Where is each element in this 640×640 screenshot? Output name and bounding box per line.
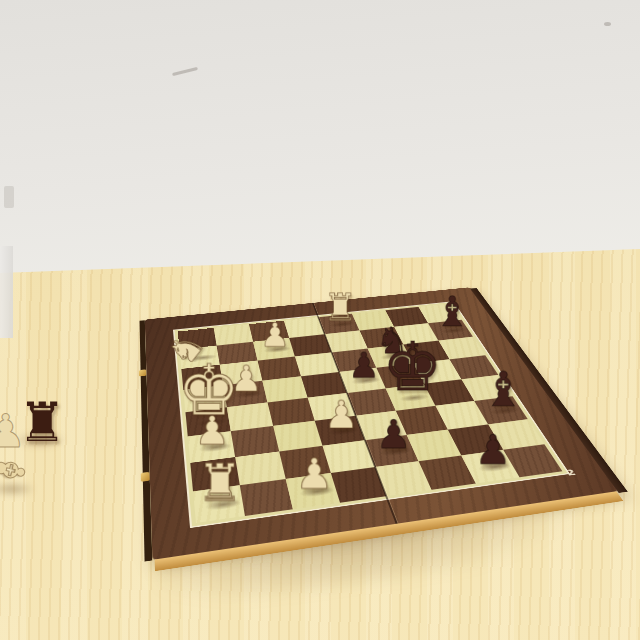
white-pawn[interactable]: ♟: [155, 411, 267, 450]
wall-trim: [0, 246, 13, 338]
frame-corner-mark: 2: [563, 467, 577, 477]
wall-scuff-mark: [172, 67, 198, 76]
wall-edge-mark: [4, 186, 14, 208]
black-pawn[interactable]: ♟: [434, 430, 550, 471]
white-rook[interactable]: ♜: [158, 457, 281, 508]
black-pawn[interactable]: ♟: [337, 415, 450, 455]
offboard-white-piece-partial[interactable]: ♟: [0, 408, 26, 454]
square[interactable]: ♝: [474, 396, 528, 424]
white-pawn[interactable]: ♟: [227, 319, 322, 352]
square[interactable]: ♟: [461, 450, 519, 484]
scene: ♜ ♝ ♟ ♜♞♟♝♞♟♟♚♚♟♟♝♟♜♟♟ 2: [0, 0, 640, 640]
wall-dot-mark: [604, 22, 611, 26]
black-bishop[interactable]: ♝: [450, 366, 556, 414]
chessboard-wrap: ♜♞♟♝♞♟♟♚♚♟♟♝♟♜♟♟ 2: [152, 198, 543, 589]
black-king[interactable]: ♚: [360, 333, 463, 400]
